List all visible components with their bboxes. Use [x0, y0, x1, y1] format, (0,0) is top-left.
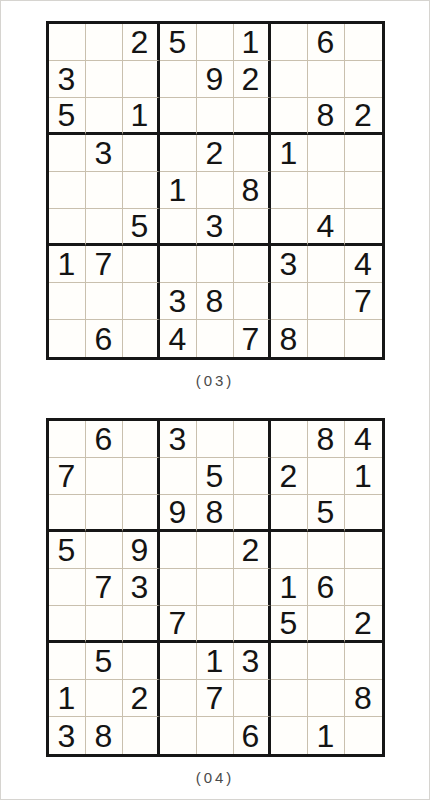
page: 251639251823211853417343876478 (03) 6384…: [0, 0, 430, 789]
sudoku-board-04: 63847521985592731675251312783861: [46, 418, 385, 757]
cell-r9c3[interactable]: [123, 320, 160, 357]
cell-r7c5[interactable]: [197, 246, 234, 283]
cell-r3c5: 8: [197, 495, 234, 532]
cell-r8c5: 8: [197, 283, 234, 320]
cell-r1c8: 8: [308, 421, 345, 458]
cell-r2c6[interactable]: [234, 458, 271, 495]
cell-r4c7[interactable]: [271, 532, 308, 569]
cell-r7c3[interactable]: [123, 643, 160, 680]
cell-r3c4[interactable]: [160, 98, 197, 135]
cell-r8c7[interactable]: [271, 283, 308, 320]
cell-r5c9[interactable]: [345, 569, 382, 606]
cell-r2c2[interactable]: [86, 458, 123, 495]
cell-r1c1[interactable]: [49, 421, 86, 458]
cell-r8c6[interactable]: [234, 283, 271, 320]
cell-r1c7[interactable]: [271, 421, 308, 458]
cell-r7c7: 3: [271, 246, 308, 283]
cell-r1c5[interactable]: [197, 24, 234, 61]
cell-r5c8: 6: [308, 569, 345, 606]
cell-r9c5[interactable]: [197, 717, 234, 754]
cell-r2c3[interactable]: [123, 61, 160, 98]
cell-r2c1: 7: [49, 458, 86, 495]
cell-r9c1[interactable]: [49, 320, 86, 357]
cell-r6c7[interactable]: [271, 209, 308, 246]
cell-r4c5: 2: [197, 135, 234, 172]
cell-r4c6: 2: [234, 532, 271, 569]
puzzle-label-04: (04): [0, 767, 430, 789]
cell-r9c4[interactable]: [160, 717, 197, 754]
puzzle-03: 251639251823211853417343876478 (03): [0, 21, 430, 392]
cell-r4c9[interactable]: [345, 135, 382, 172]
sudoku-board-03: 251639251823211853417343876478: [46, 21, 385, 360]
cell-r1c9: 4: [345, 421, 382, 458]
cell-r7c6: 3: [234, 643, 271, 680]
cell-r3c6[interactable]: [234, 98, 271, 135]
puzzle-label-03: (03): [0, 370, 430, 392]
cell-r9c7: 8: [271, 320, 308, 357]
cell-r5c9[interactable]: [345, 172, 382, 209]
cell-r5c1[interactable]: [49, 569, 86, 606]
cell-r6c5: 3: [197, 209, 234, 246]
cell-r5c7[interactable]: [271, 172, 308, 209]
cell-r8c7[interactable]: [271, 680, 308, 717]
cell-r5c8[interactable]: [308, 172, 345, 209]
cell-r7c8[interactable]: [308, 643, 345, 680]
cell-r6c3: 5: [123, 209, 160, 246]
cell-r7c5: 1: [197, 643, 234, 680]
cell-r8c3[interactable]: [123, 283, 160, 320]
cell-r7c3[interactable]: [123, 246, 160, 283]
cell-r2c7: 2: [271, 458, 308, 495]
cell-r1c6: 1: [234, 24, 271, 61]
cell-r9c9[interactable]: [345, 717, 382, 754]
cell-r8c2[interactable]: [86, 680, 123, 717]
cell-r1c4: 5: [160, 24, 197, 61]
cell-r5c2[interactable]: [86, 172, 123, 209]
cell-r6c6[interactable]: [234, 606, 271, 643]
cell-r3c8: 5: [308, 495, 345, 532]
cell-r4c3[interactable]: [123, 135, 160, 172]
cell-r1c8: 6: [308, 24, 345, 61]
cell-r2c8[interactable]: [308, 458, 345, 495]
cell-r3c8: 8: [308, 98, 345, 135]
cell-r4c8[interactable]: [308, 532, 345, 569]
cell-r8c4[interactable]: [160, 680, 197, 717]
cell-r5c4: 1: [160, 172, 197, 209]
cell-r7c2: 7: [86, 246, 123, 283]
cell-r9c2: 6: [86, 320, 123, 357]
cell-r3c7[interactable]: [271, 98, 308, 135]
cell-r5c3: 3: [123, 569, 160, 606]
cell-r6c9: 2: [345, 606, 382, 643]
cell-r2c7[interactable]: [271, 61, 308, 98]
cell-r7c4[interactable]: [160, 246, 197, 283]
cell-r7c1[interactable]: [49, 643, 86, 680]
cell-r4c1[interactable]: [49, 135, 86, 172]
cell-r2c1: 3: [49, 61, 86, 98]
cell-r1c6[interactable]: [234, 421, 271, 458]
cell-r1c5[interactable]: [197, 421, 234, 458]
cell-r5c5[interactable]: [197, 172, 234, 209]
cell-r3c3[interactable]: [123, 495, 160, 532]
cell-r3c7[interactable]: [271, 495, 308, 532]
cell-r5c5[interactable]: [197, 569, 234, 606]
cell-r2c4[interactable]: [160, 61, 197, 98]
cell-r5c7: 1: [271, 569, 308, 606]
cell-r7c1: 1: [49, 246, 86, 283]
cell-r8c9: 7: [345, 283, 382, 320]
cell-r8c4: 3: [160, 283, 197, 320]
cell-r4c8[interactable]: [308, 135, 345, 172]
puzzle-04: 63847521985592731675251312783861 (04): [0, 418, 430, 789]
cell-r9c6: 7: [234, 320, 271, 357]
cell-r2c6: 2: [234, 61, 271, 98]
cell-r2c5: 9: [197, 61, 234, 98]
cell-r6c5[interactable]: [197, 606, 234, 643]
cell-r3c3: 1: [123, 98, 160, 135]
cell-r7c6[interactable]: [234, 246, 271, 283]
cell-r8c9: 8: [345, 680, 382, 717]
cell-r1c1[interactable]: [49, 24, 86, 61]
cell-r4c5[interactable]: [197, 532, 234, 569]
cell-r8c1: 1: [49, 680, 86, 717]
cell-r4c4[interactable]: [160, 135, 197, 172]
cell-r9c4: 4: [160, 320, 197, 357]
cell-r5c2: 7: [86, 569, 123, 606]
cell-r1c9[interactable]: [345, 24, 382, 61]
cell-r3c9: 2: [345, 98, 382, 135]
cell-r3c2[interactable]: [86, 98, 123, 135]
cell-r9c9[interactable]: [345, 320, 382, 357]
cell-r8c5: 7: [197, 680, 234, 717]
cell-r4c9[interactable]: [345, 532, 382, 569]
cell-r2c9: 1: [345, 458, 382, 495]
cell-r6c1[interactable]: [49, 606, 86, 643]
cell-r7c4[interactable]: [160, 643, 197, 680]
cell-r1c2: 6: [86, 421, 123, 458]
cell-r4c6[interactable]: [234, 135, 271, 172]
cell-r2c5: 5: [197, 458, 234, 495]
cell-r9c2: 8: [86, 717, 123, 754]
cell-r7c8[interactable]: [308, 246, 345, 283]
cell-r6c9[interactable]: [345, 209, 382, 246]
cell-r4c7: 1: [271, 135, 308, 172]
cell-r8c6[interactable]: [234, 680, 271, 717]
cell-r7c9[interactable]: [345, 643, 382, 680]
cell-r1c3[interactable]: [123, 421, 160, 458]
cell-r6c8: 4: [308, 209, 345, 246]
cell-r9c8: 1: [308, 717, 345, 754]
cell-r9c3[interactable]: [123, 717, 160, 754]
cell-r6c8[interactable]: [308, 606, 345, 643]
cell-r6c2[interactable]: [86, 209, 123, 246]
cell-r8c2[interactable]: [86, 283, 123, 320]
cell-r7c9: 4: [345, 246, 382, 283]
cell-r5c6[interactable]: [234, 569, 271, 606]
cell-r1c7[interactable]: [271, 24, 308, 61]
cell-r2c4[interactable]: [160, 458, 197, 495]
cell-r8c3: 2: [123, 680, 160, 717]
cell-r6c6[interactable]: [234, 209, 271, 246]
cell-r2c2[interactable]: [86, 61, 123, 98]
cell-r5c1[interactable]: [49, 172, 86, 209]
cell-r7c2: 5: [86, 643, 123, 680]
cell-r4c1: 5: [49, 532, 86, 569]
cell-r4c4[interactable]: [160, 532, 197, 569]
cell-r3c9[interactable]: [345, 495, 382, 532]
cell-r4c2: 3: [86, 135, 123, 172]
cell-r5c4[interactable]: [160, 569, 197, 606]
cell-r7c7[interactable]: [271, 643, 308, 680]
cell-r3c6[interactable]: [234, 495, 271, 532]
cell-r3c1[interactable]: [49, 495, 86, 532]
cell-r8c8[interactable]: [308, 283, 345, 320]
cell-r6c4: 7: [160, 606, 197, 643]
cell-r1c3: 2: [123, 24, 160, 61]
cell-r6c3[interactable]: [123, 606, 160, 643]
cell-r6c4[interactable]: [160, 209, 197, 246]
cell-r8c8[interactable]: [308, 680, 345, 717]
cell-r3c2[interactable]: [86, 495, 123, 532]
cell-r9c1: 3: [49, 717, 86, 754]
cell-r9c7[interactable]: [271, 717, 308, 754]
cell-r5c6: 8: [234, 172, 271, 209]
cell-r6c2[interactable]: [86, 606, 123, 643]
cell-r6c1[interactable]: [49, 209, 86, 246]
cell-r9c5[interactable]: [197, 320, 234, 357]
cell-r3c4: 9: [160, 495, 197, 532]
cell-r9c8[interactable]: [308, 320, 345, 357]
cell-r8c1[interactable]: [49, 283, 86, 320]
cell-r1c2[interactable]: [86, 24, 123, 61]
cell-r2c3[interactable]: [123, 458, 160, 495]
cell-r6c7: 5: [271, 606, 308, 643]
cell-r2c9[interactable]: [345, 61, 382, 98]
cell-r4c2[interactable]: [86, 532, 123, 569]
cell-r3c1: 5: [49, 98, 86, 135]
cell-r5c3[interactable]: [123, 172, 160, 209]
cell-r4c3: 9: [123, 532, 160, 569]
cell-r9c6: 6: [234, 717, 271, 754]
cell-r2c8[interactable]: [308, 61, 345, 98]
cell-r3c5[interactable]: [197, 98, 234, 135]
cell-r1c4: 3: [160, 421, 197, 458]
